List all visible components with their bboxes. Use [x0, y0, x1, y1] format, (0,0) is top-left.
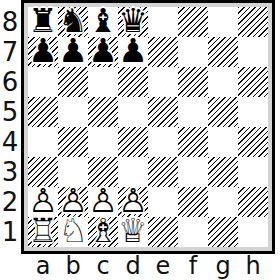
- rank-label-5: 5: [0, 97, 20, 127]
- square-c5[interactable]: [88, 97, 118, 127]
- chess-board: ♜♜♞♞♝♝♛♛♟♟♟♟♟♟♟♟♟♙♟♙♟♙♟♙♜♖♞♘♝♗♛♕: [28, 7, 268, 247]
- square-h3[interactable]: [238, 157, 268, 187]
- square-f1[interactable]: [178, 217, 208, 247]
- square-b7[interactable]: ♟♟: [58, 37, 88, 67]
- piece-halo: ♜: [28, 6, 58, 36]
- piece-halo: ♟: [118, 186, 148, 216]
- square-h8[interactable]: [238, 7, 268, 37]
- square-f4[interactable]: [178, 127, 208, 157]
- square-a5[interactable]: [28, 97, 58, 127]
- square-d1[interactable]: ♛♕: [118, 217, 148, 247]
- chess-board-frame: ♜♜♞♞♝♝♛♛♟♟♟♟♟♟♟♟♟♙♟♙♟♙♟♙♜♖♞♘♝♗♛♕: [21, 0, 275, 254]
- piece-white-pawn: ♙: [118, 186, 148, 216]
- rank-label-8: 8: [0, 7, 20, 37]
- square-g6[interactable]: [208, 67, 238, 97]
- square-c6[interactable]: [88, 67, 118, 97]
- piece-halo: ♛: [118, 216, 148, 246]
- square-f3[interactable]: [178, 157, 208, 187]
- square-d7[interactable]: ♟♟: [118, 37, 148, 67]
- rank-label-1: 1: [0, 217, 20, 247]
- square-a4[interactable]: [28, 127, 58, 157]
- square-h2[interactable]: [238, 187, 268, 217]
- square-b6[interactable]: [58, 67, 88, 97]
- square-f7[interactable]: [178, 37, 208, 67]
- square-g7[interactable]: [208, 37, 238, 67]
- piece-black-bishop: ♝: [88, 6, 118, 36]
- piece-halo: ♝: [88, 6, 118, 36]
- piece-halo: ♝: [88, 216, 118, 246]
- file-label-e: e: [148, 253, 178, 280]
- piece-black-pawn: ♟: [58, 36, 88, 66]
- square-g8[interactable]: [208, 7, 238, 37]
- square-e1[interactable]: [148, 217, 178, 247]
- square-h5[interactable]: [238, 97, 268, 127]
- piece-black-pawn: ♟: [88, 36, 118, 66]
- rank-label-4: 4: [0, 127, 20, 157]
- square-h1[interactable]: [238, 217, 268, 247]
- square-f2[interactable]: [178, 187, 208, 217]
- square-g4[interactable]: [208, 127, 238, 157]
- square-b4[interactable]: [58, 127, 88, 157]
- square-e3[interactable]: [148, 157, 178, 187]
- square-b3[interactable]: [58, 157, 88, 187]
- square-b2[interactable]: ♟♙: [58, 187, 88, 217]
- rank-label-6: 6: [0, 67, 20, 97]
- piece-halo: ♟: [58, 36, 88, 66]
- square-c4[interactable]: [88, 127, 118, 157]
- square-f5[interactable]: [178, 97, 208, 127]
- piece-halo: ♞: [58, 216, 88, 246]
- file-label-a: a: [28, 253, 58, 280]
- square-c2[interactable]: ♟♙: [88, 187, 118, 217]
- square-b1[interactable]: ♞♘: [58, 217, 88, 247]
- square-e4[interactable]: [148, 127, 178, 157]
- piece-halo: ♜: [28, 216, 58, 246]
- piece-white-knight: ♘: [58, 216, 88, 246]
- square-d8[interactable]: ♛♛: [118, 7, 148, 37]
- file-label-c: c: [88, 253, 118, 280]
- piece-white-pawn: ♙: [58, 186, 88, 216]
- square-e7[interactable]: [148, 37, 178, 67]
- square-d5[interactable]: [118, 97, 148, 127]
- square-d3[interactable]: [118, 157, 148, 187]
- piece-black-pawn: ♟: [118, 36, 148, 66]
- square-d2[interactable]: ♟♙: [118, 187, 148, 217]
- file-label-d: d: [118, 253, 148, 280]
- square-h7[interactable]: [238, 37, 268, 67]
- piece-halo: ♟: [88, 186, 118, 216]
- rank-label-7: 7: [0, 37, 20, 67]
- square-e8[interactable]: [148, 7, 178, 37]
- piece-halo: ♛: [118, 6, 148, 36]
- square-b8[interactable]: ♞♞: [58, 7, 88, 37]
- piece-black-rook: ♜: [28, 6, 58, 36]
- square-e5[interactable]: [148, 97, 178, 127]
- file-label-g: g: [208, 253, 238, 280]
- piece-white-queen: ♕: [118, 216, 148, 246]
- piece-black-queen: ♛: [118, 6, 148, 36]
- piece-black-pawn: ♟: [28, 36, 58, 66]
- piece-halo: ♟: [28, 186, 58, 216]
- square-c8[interactable]: ♝♝: [88, 7, 118, 37]
- square-f8[interactable]: [178, 7, 208, 37]
- chess-diagram: 8 7 6 5 4 3 2 1 ♜♜♞♞♝♝♛♛♟♟♟♟♟♟♟♟♟♙♟♙♟♙♟♙…: [0, 0, 280, 280]
- rank-label-3: 3: [0, 157, 20, 187]
- piece-white-pawn: ♙: [88, 186, 118, 216]
- square-h4[interactable]: [238, 127, 268, 157]
- square-a6[interactable]: [28, 67, 58, 97]
- file-label-h: h: [238, 253, 268, 280]
- square-b5[interactable]: [58, 97, 88, 127]
- rank-label-2: 2: [0, 187, 20, 217]
- square-g5[interactable]: [208, 97, 238, 127]
- piece-halo: ♞: [58, 6, 88, 36]
- square-f6[interactable]: [178, 67, 208, 97]
- piece-halo: ♟: [58, 186, 88, 216]
- square-d4[interactable]: [118, 127, 148, 157]
- piece-white-pawn: ♙: [28, 186, 58, 216]
- file-label-b: b: [58, 253, 88, 280]
- piece-halo: ♟: [28, 36, 58, 66]
- square-a7[interactable]: ♟♟: [28, 37, 58, 67]
- square-d6[interactable]: [118, 67, 148, 97]
- piece-white-rook: ♖: [28, 216, 58, 246]
- square-a3[interactable]: [28, 157, 58, 187]
- square-e6[interactable]: [148, 67, 178, 97]
- square-e2[interactable]: [148, 187, 178, 217]
- square-c7[interactable]: ♟♟: [88, 37, 118, 67]
- square-g3[interactable]: [208, 157, 238, 187]
- square-g1[interactable]: [208, 217, 238, 247]
- square-a1[interactable]: ♜♖: [28, 217, 58, 247]
- square-c3[interactable]: [88, 157, 118, 187]
- piece-halo: ♟: [118, 36, 148, 66]
- square-a8[interactable]: ♜♜: [28, 7, 58, 37]
- piece-black-knight: ♞: [58, 6, 88, 36]
- file-label-f: f: [178, 253, 208, 280]
- piece-halo: ♟: [88, 36, 118, 66]
- square-g2[interactable]: [208, 187, 238, 217]
- square-c1[interactable]: ♝♗: [88, 217, 118, 247]
- piece-white-bishop: ♗: [88, 216, 118, 246]
- square-a2[interactable]: ♟♙: [28, 187, 58, 217]
- square-h6[interactable]: [238, 67, 268, 97]
